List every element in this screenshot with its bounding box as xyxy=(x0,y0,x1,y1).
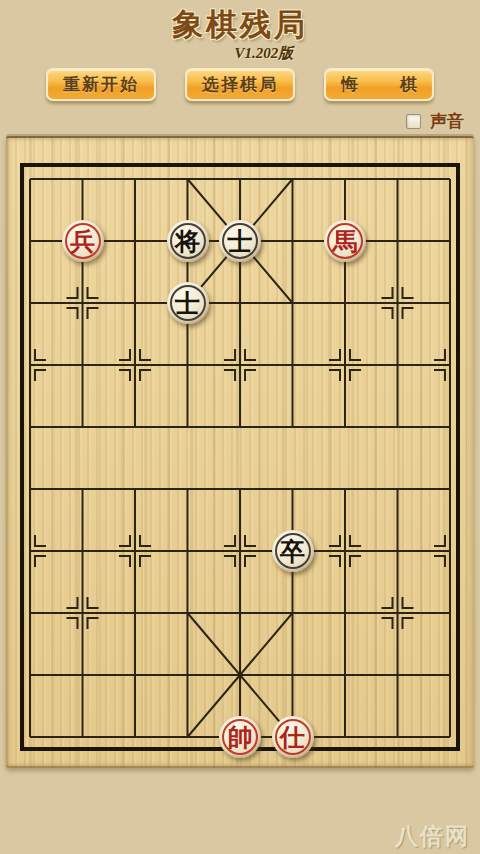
piece-character: 仕 xyxy=(280,725,305,750)
piece-character: 卒 xyxy=(280,539,305,564)
undo-move-button[interactable]: 悔棋 xyxy=(324,68,434,101)
restart-button[interactable]: 重新开始 xyxy=(46,68,156,101)
piece-red-horse[interactable]: 馬 xyxy=(324,220,366,262)
sound-toggle-row: 声音 xyxy=(406,110,464,133)
page-title: 象棋残局 xyxy=(172,4,308,46)
piece-black-advisor[interactable]: 士 xyxy=(219,220,261,262)
piece-character: 馬 xyxy=(333,229,358,254)
version-label: V1.202版 xyxy=(24,44,480,63)
piece-red-general[interactable]: 帥 xyxy=(219,716,261,758)
select-game-button[interactable]: 选择棋局 xyxy=(185,68,295,101)
piece-character: 士 xyxy=(175,291,200,316)
piece-character: 士 xyxy=(228,229,253,254)
piece-red-advisor[interactable]: 仕 xyxy=(272,716,314,758)
board-grid-layer: 兵将士馬士卒帥仕 xyxy=(30,179,450,737)
toolbar: 重新开始 选择棋局 悔棋 xyxy=(0,68,480,101)
sound-checkbox[interactable] xyxy=(406,114,421,129)
piece-character: 兵 xyxy=(70,229,95,254)
xiangqi-board[interactable]: 兵将士馬士卒帥仕 xyxy=(6,136,474,768)
piece-black-soldier[interactable]: 卒 xyxy=(272,530,314,572)
watermark: 八倍网 xyxy=(395,821,470,852)
header: 象棋残局 V1.202版 xyxy=(0,4,480,63)
piece-character: 帥 xyxy=(228,725,253,750)
sound-label: 声音 xyxy=(430,110,464,133)
piece-character: 将 xyxy=(175,229,200,254)
piece-black-advisor[interactable]: 士 xyxy=(167,282,209,324)
piece-red-soldier[interactable]: 兵 xyxy=(62,220,104,262)
piece-black-general[interactable]: 将 xyxy=(167,220,209,262)
board-grid[interactable] xyxy=(30,179,450,737)
